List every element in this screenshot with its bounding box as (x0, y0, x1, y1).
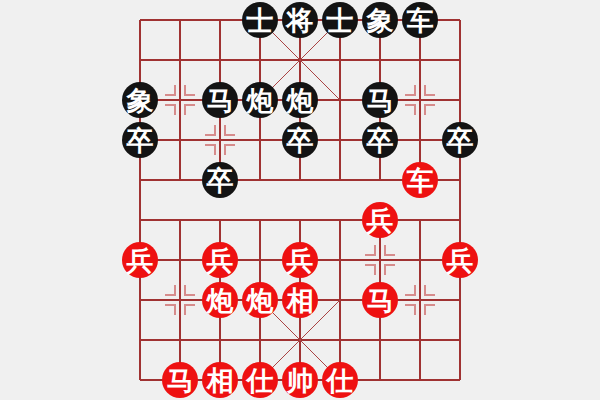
piece-black-advisor[interactable]: 士 (322, 2, 358, 38)
piece-red-advisor[interactable]: 仕 (242, 362, 278, 398)
piece-red-pawn[interactable]: 兵 (282, 242, 318, 278)
piece-red-pawn[interactable]: 兵 (442, 242, 478, 278)
piece-black-pawn[interactable]: 卒 (442, 122, 478, 158)
piece-black-cannon[interactable]: 炮 (242, 82, 278, 118)
piece-red-horse[interactable]: 马 (362, 282, 398, 318)
piece-black-pawn[interactable]: 卒 (282, 122, 318, 158)
piece-red-pawn[interactable]: 兵 (202, 242, 238, 278)
piece-black-elephant[interactable]: 象 (362, 2, 398, 38)
piece-red-pawn[interactable]: 兵 (362, 202, 398, 238)
piece-red-cannon[interactable]: 炮 (202, 282, 238, 318)
piece-red-cannon[interactable]: 炮 (242, 282, 278, 318)
piece-black-king[interactable]: 将 (282, 2, 318, 38)
piece-black-pawn[interactable]: 卒 (122, 122, 158, 158)
piece-black-horse[interactable]: 马 (202, 82, 238, 118)
piece-black-chariot[interactable]: 车 (402, 2, 438, 38)
piece-red-advisor[interactable]: 仕 (322, 362, 358, 398)
piece-black-pawn[interactable]: 卒 (202, 162, 238, 198)
piece-black-horse[interactable]: 马 (362, 82, 398, 118)
piece-black-advisor[interactable]: 士 (242, 2, 278, 38)
piece-black-cannon[interactable]: 炮 (282, 82, 318, 118)
piece-red-king[interactable]: 帅 (282, 362, 318, 398)
piece-red-horse[interactable]: 马 (162, 362, 198, 398)
piece-red-chariot[interactable]: 车 (402, 162, 438, 198)
piece-red-elephant[interactable]: 相 (202, 362, 238, 398)
piece-red-elephant[interactable]: 相 (282, 282, 318, 318)
piece-black-elephant[interactable]: 象 (122, 82, 158, 118)
piece-red-pawn[interactable]: 兵 (122, 242, 158, 278)
xiangqi-board: 士将士象车象马炮炮马卒卒卒卒卒车兵兵兵兵兵炮炮相马马相仕帅仕 (0, 0, 600, 400)
piece-black-pawn[interactable]: 卒 (362, 122, 398, 158)
piece-layer: 士将士象车象马炮炮马卒卒卒卒卒车兵兵兵兵兵炮炮相马马相仕帅仕 (120, 0, 480, 400)
